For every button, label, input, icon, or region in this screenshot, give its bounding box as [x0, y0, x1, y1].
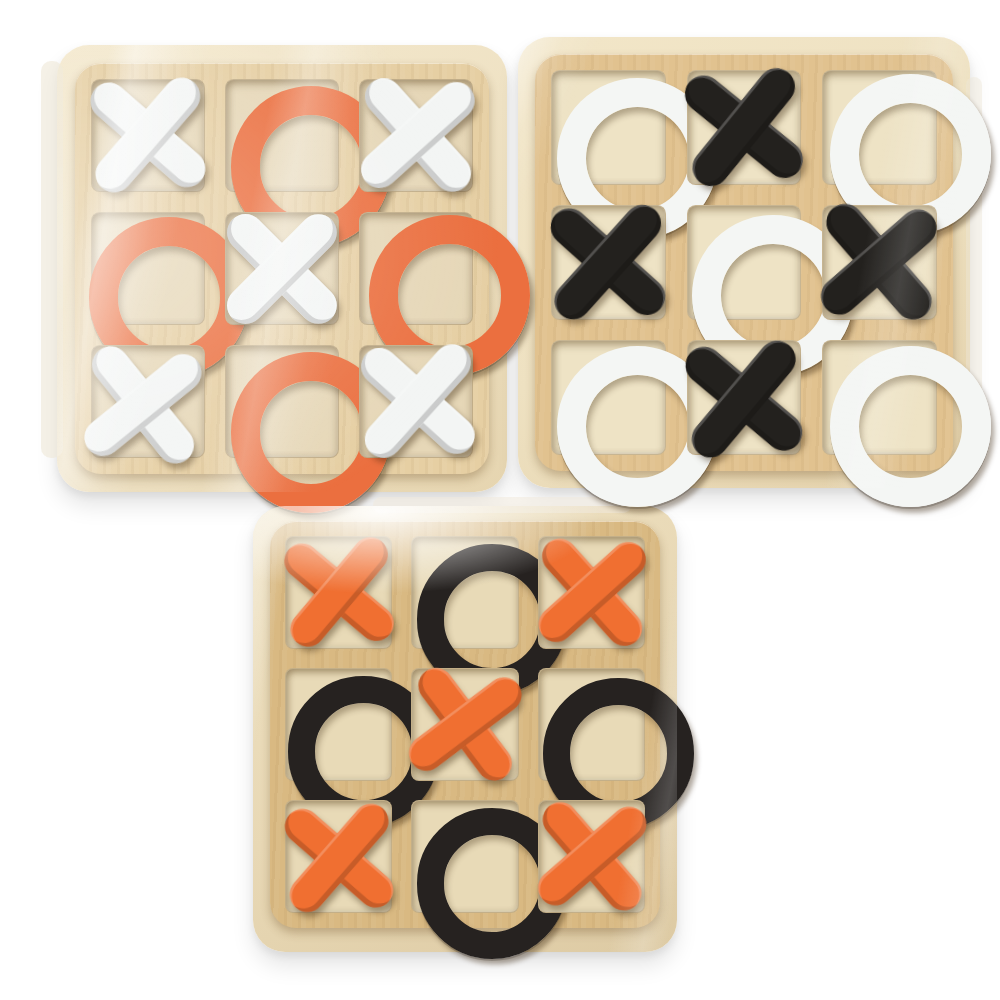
piece-x-white [81, 345, 204, 467]
cell-r2c1 [551, 205, 666, 319]
cell-r2c2 [225, 212, 339, 325]
board-top-right [518, 37, 970, 488]
cell-r2c2 [687, 205, 802, 319]
cell-r2c3 [359, 212, 473, 325]
piece-x-orange [281, 533, 395, 653]
cell-r3c3 [538, 800, 645, 913]
piece-x-orange [536, 534, 647, 650]
piece-x-white [360, 77, 477, 193]
piece-x-black [683, 339, 805, 461]
piece-x-black [549, 203, 668, 321]
board-frame [535, 54, 953, 471]
cell-r1c2 [687, 70, 802, 184]
board-top-left [57, 45, 507, 492]
cell-r1c1 [91, 79, 205, 192]
piece-x-black [819, 202, 939, 322]
piece-x-orange [535, 798, 648, 916]
piece-x-black [682, 66, 806, 190]
product-photo-scene [0, 0, 1000, 1000]
cell-r1c3 [359, 79, 473, 192]
cell-r2c3 [822, 205, 937, 319]
piece-o-white [830, 346, 992, 508]
piece-x-white [226, 213, 338, 324]
cell-r1c1 [551, 70, 666, 184]
board-bottom [253, 506, 677, 952]
cell-r3c3 [359, 345, 473, 458]
piece-x-white [360, 344, 477, 460]
piece-x-orange [405, 662, 525, 786]
cell-r3c2 [411, 800, 518, 913]
cell-r1c1 [285, 536, 392, 649]
cell-r3c1 [91, 345, 205, 458]
cell-r1c3 [822, 70, 937, 184]
cell-r1c2 [225, 79, 339, 192]
cell-r3c2 [687, 340, 802, 454]
piece-x-white [88, 76, 207, 194]
cell-r2c2 [411, 668, 518, 781]
cell-r1c2 [411, 536, 518, 649]
cell-r3c3 [822, 340, 937, 454]
cell-r2c3 [538, 668, 645, 781]
cell-r1c3 [538, 536, 645, 649]
cell-r3c1 [551, 340, 666, 454]
cell-r3c2 [225, 345, 339, 458]
cell-r2c1 [285, 668, 392, 781]
cell-r2c1 [91, 212, 205, 325]
cell-r3c1 [285, 800, 392, 913]
board-frame [270, 521, 660, 928]
board-frame [75, 63, 489, 474]
piece-x-orange [282, 800, 395, 918]
